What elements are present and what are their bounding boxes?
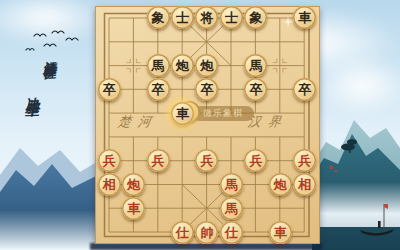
piece-black-車[interactable]: 車	[293, 6, 316, 29]
piece-black-馬[interactable]: 馬	[244, 54, 267, 77]
piece-red-兵[interactable]: 兵	[98, 149, 121, 172]
red-temple-accent	[330, 166, 333, 169]
calligraphy-left-column: 决胜千里	[25, 86, 39, 94]
piece-red-相[interactable]: 相	[98, 173, 121, 196]
piece-red-馬[interactable]: 馬	[220, 197, 243, 220]
piece-red-車[interactable]: 車	[122, 197, 145, 220]
piece-red-炮[interactable]: 炮	[269, 173, 292, 196]
piece-black-炮[interactable]: 炮	[171, 54, 194, 77]
calligraphy-right-column: 运筹帷幄	[42, 50, 55, 59]
piece-black-象[interactable]: 象	[147, 6, 170, 29]
piece-black-馬[interactable]: 馬	[147, 54, 170, 77]
piece-black-士[interactable]: 士	[220, 6, 243, 29]
piece-black-卒[interactable]: 卒	[195, 78, 218, 101]
piece-black-卒[interactable]: 卒	[98, 78, 121, 101]
piece-red-炮[interactable]: 炮	[122, 173, 145, 196]
piece-red-車[interactable]: 車	[269, 221, 292, 244]
piece-red-兵[interactable]: 兵	[293, 149, 316, 172]
red-temple-accent	[335, 170, 337, 172]
xiangqi-board[interactable]: 楚河 汉界 微乐象棋 象士将士象車馬炮炮馬卒卒卒卒卒車兵兵兵兵兵相炮馬炮相車馬仕…	[95, 6, 320, 244]
piece-red-仕[interactable]: 仕	[220, 221, 243, 244]
right-mountains-painting	[312, 90, 400, 250]
piece-black-士[interactable]: 士	[171, 6, 194, 29]
piece-red-兵[interactable]: 兵	[244, 149, 267, 172]
left-mountains-painting	[0, 130, 100, 250]
piece-black-車[interactable]: 車	[171, 102, 194, 125]
piece-black-象[interactable]: 象	[244, 6, 267, 29]
piece-red-帥[interactable]: 帥	[195, 221, 218, 244]
piece-black-将[interactable]: 将	[195, 6, 218, 29]
board-grid[interactable]: 象士将士象車馬炮炮馬卒卒卒卒卒車兵兵兵兵兵相炮馬炮相車馬仕帥仕車	[97, 6, 317, 244]
piece-red-兵[interactable]: 兵	[147, 149, 170, 172]
piece-black-卒[interactable]: 卒	[244, 78, 267, 101]
game-screen: { "game": "xiangqi", "app": { "watermark…	[0, 0, 400, 250]
piece-black-卒[interactable]: 卒	[147, 78, 170, 101]
piece-black-炮[interactable]: 炮	[195, 54, 218, 77]
piece-red-兵[interactable]: 兵	[195, 149, 218, 172]
birds-icon	[25, 28, 105, 63]
piece-red-馬[interactable]: 馬	[220, 173, 243, 196]
piece-red-相[interactable]: 相	[293, 173, 316, 196]
piece-black-卒[interactable]: 卒	[293, 78, 316, 101]
piece-red-仕[interactable]: 仕	[171, 221, 194, 244]
